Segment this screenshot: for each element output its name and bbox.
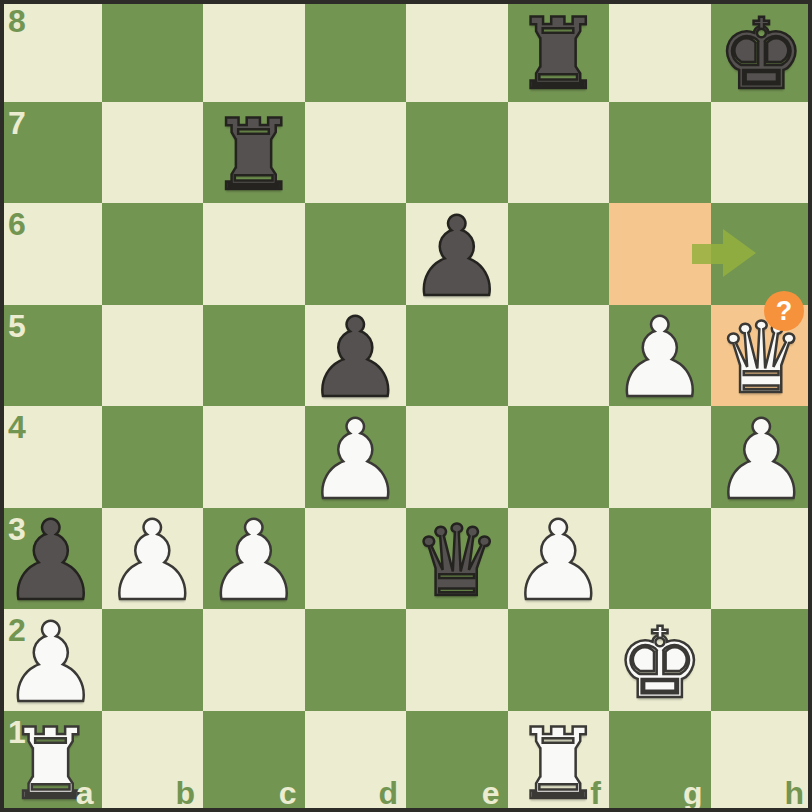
square-a4[interactable]: 4 [0, 406, 102, 508]
square-b1[interactable]: b [102, 711, 204, 812]
square-e4[interactable] [406, 406, 508, 508]
coord-file-g: g [683, 777, 703, 809]
mistake-badge: ? [764, 291, 804, 331]
square-c6[interactable] [203, 203, 305, 305]
piece-white-pawn[interactable]: ♟ [102, 511, 204, 613]
square-c4[interactable] [203, 406, 305, 508]
square-c7[interactable]: ♜ [203, 102, 305, 204]
piece-black-king[interactable]: ♚ [711, 3, 812, 105]
square-b4[interactable] [102, 406, 204, 508]
square-g2[interactable]: ♚ [609, 609, 711, 711]
square-g5[interactable]: ♟ [609, 305, 711, 407]
question-mark-icon: ? [776, 296, 793, 327]
piece-white-pawn[interactable]: ♟ [609, 308, 711, 410]
square-c8[interactable] [203, 0, 305, 102]
square-d5[interactable]: ♟ [305, 305, 407, 407]
square-e1[interactable]: e [406, 711, 508, 812]
square-f4[interactable] [508, 406, 610, 508]
piece-white-pawn[interactable]: ♟ [203, 511, 305, 613]
square-d1[interactable]: d [305, 711, 407, 812]
square-d7[interactable] [305, 102, 407, 204]
square-f1[interactable]: ♜f [508, 711, 610, 812]
square-b8[interactable] [102, 0, 204, 102]
square-e2[interactable] [406, 609, 508, 711]
square-e7[interactable] [406, 102, 508, 204]
square-h8[interactable]: ♚ [711, 0, 812, 102]
piece-white-pawn[interactable]: ♟ [508, 511, 610, 613]
coord-file-b: b [175, 777, 195, 809]
piece-white-rook[interactable]: ♜ [0, 714, 102, 812]
square-g7[interactable] [609, 102, 711, 204]
square-c3[interactable]: ♟ [203, 508, 305, 610]
square-g3[interactable] [609, 508, 711, 610]
square-e6[interactable]: ♟ [406, 203, 508, 305]
piece-black-pawn[interactable]: ♟ [0, 511, 102, 613]
square-e3[interactable]: ♛ [406, 508, 508, 610]
coord-rank-4: 4 [8, 411, 26, 443]
board-grid: 8♜♚7♜6♟5♟♟♛4♟♟♟3♟♟♛♟♟2♚♜1abcde♜fgh [0, 0, 812, 812]
coord-file-d: d [378, 777, 398, 809]
piece-black-pawn[interactable]: ♟ [305, 308, 407, 410]
piece-white-rook[interactable]: ♜ [508, 714, 610, 812]
coord-file-h: h [784, 777, 804, 809]
piece-white-pawn[interactable]: ♟ [305, 409, 407, 511]
piece-white-pawn[interactable]: ♟ [711, 409, 812, 511]
coord-rank-8: 8 [8, 5, 26, 37]
square-d8[interactable] [305, 0, 407, 102]
square-f8[interactable]: ♜ [508, 0, 610, 102]
square-a6[interactable]: 6 [0, 203, 102, 305]
square-h1[interactable]: h [711, 711, 812, 812]
square-d2[interactable] [305, 609, 407, 711]
piece-white-king[interactable]: ♚ [609, 612, 711, 714]
square-h7[interactable] [711, 102, 812, 204]
coord-file-c: c [279, 777, 297, 809]
piece-black-rook[interactable]: ♜ [203, 105, 305, 207]
square-b5[interactable] [102, 305, 204, 407]
square-g8[interactable] [609, 0, 711, 102]
square-f7[interactable] [508, 102, 610, 204]
square-a7[interactable]: 7 [0, 102, 102, 204]
piece-black-pawn[interactable]: ♟ [406, 206, 508, 308]
square-f5[interactable] [508, 305, 610, 407]
chess-board: 8♜♚7♜6♟5♟♟♛4♟♟♟3♟♟♛♟♟2♚♜1abcde♜fgh ? [0, 0, 812, 812]
square-d4[interactable]: ♟ [305, 406, 407, 508]
piece-white-pawn[interactable]: ♟ [0, 612, 102, 714]
square-c1[interactable]: c [203, 711, 305, 812]
square-f3[interactable]: ♟ [508, 508, 610, 610]
square-a3[interactable]: ♟3 [0, 508, 102, 610]
square-h4[interactable]: ♟ [711, 406, 812, 508]
square-b3[interactable]: ♟ [102, 508, 204, 610]
piece-black-queen[interactable]: ♛ [406, 511, 508, 613]
square-f6[interactable] [508, 203, 610, 305]
square-a8[interactable]: 8 [0, 0, 102, 102]
square-g1[interactable]: g [609, 711, 711, 812]
square-e8[interactable] [406, 0, 508, 102]
square-d6[interactable] [305, 203, 407, 305]
coord-rank-7: 7 [8, 107, 26, 139]
coord-rank-6: 6 [8, 208, 26, 240]
square-b7[interactable] [102, 102, 204, 204]
piece-black-rook[interactable]: ♜ [508, 3, 610, 105]
square-c5[interactable] [203, 305, 305, 407]
square-h2[interactable] [711, 609, 812, 711]
coord-file-e: e [482, 777, 500, 809]
square-a1[interactable]: ♜1a [0, 711, 102, 812]
square-a2[interactable]: ♟2 [0, 609, 102, 711]
square-h6[interactable] [711, 203, 812, 305]
square-g6[interactable] [609, 203, 711, 305]
square-a5[interactable]: 5 [0, 305, 102, 407]
square-b6[interactable] [102, 203, 204, 305]
coord-rank-5: 5 [8, 310, 26, 342]
